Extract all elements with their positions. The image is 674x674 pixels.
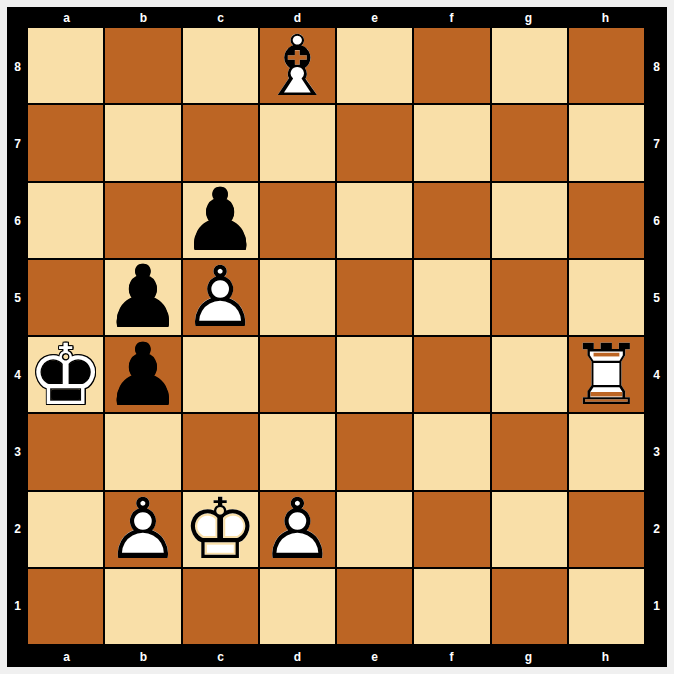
square-a2[interactable]	[28, 492, 103, 567]
square-d2[interactable]: ♟♙	[260, 492, 335, 567]
square-b7[interactable]	[105, 105, 180, 180]
white-bishop[interactable]: ♝♗	[260, 28, 335, 103]
square-f5[interactable]	[414, 260, 489, 335]
square-h6[interactable]	[569, 183, 644, 258]
black-pawn[interactable]: ♟	[105, 260, 180, 335]
square-a4[interactable]: ♚♔	[28, 337, 103, 412]
file-label-a: a	[28, 7, 105, 28]
square-h1[interactable]	[569, 569, 644, 644]
square-f2[interactable]	[414, 492, 489, 567]
square-c6[interactable]: ♟	[183, 183, 258, 258]
white-pawn[interactable]: ♟♙	[183, 260, 258, 335]
file-label-c: c	[182, 7, 259, 28]
rank-label-5: 5	[7, 259, 28, 336]
black-pawn[interactable]: ♟	[105, 337, 180, 412]
square-f6[interactable]	[414, 183, 489, 258]
square-a5[interactable]	[28, 260, 103, 335]
square-d6[interactable]	[260, 183, 335, 258]
file-label-d: d	[259, 646, 336, 667]
file-label-b: b	[105, 646, 182, 667]
white-rook[interactable]: ♜♖	[569, 337, 644, 412]
white-pawn[interactable]: ♟♙	[260, 492, 335, 567]
square-b4[interactable]: ♟	[105, 337, 180, 412]
square-f3[interactable]	[414, 414, 489, 489]
file-labels-top: abcdefgh	[28, 7, 644, 28]
board-frame: abcdefgh abcdefgh 87654321 87654321 ♝♗♟♟…	[7, 7, 667, 667]
file-label-c: c	[182, 646, 259, 667]
square-a8[interactable]	[28, 28, 103, 103]
file-label-g: g	[490, 646, 567, 667]
square-b6[interactable]	[105, 183, 180, 258]
square-c4[interactable]	[183, 337, 258, 412]
rank-label-3: 3	[7, 413, 28, 490]
square-b8[interactable]	[105, 28, 180, 103]
square-e6[interactable]	[337, 183, 412, 258]
square-h7[interactable]	[569, 105, 644, 180]
white-bishop-outline-glyph: ♗	[260, 28, 335, 103]
white-rook-outline-glyph: ♖	[569, 337, 644, 412]
rank-label-1: 1	[646, 567, 667, 644]
black-king-outline-glyph: ♔	[28, 337, 103, 412]
black-king[interactable]: ♚♔	[28, 337, 103, 412]
square-d3[interactable]	[260, 414, 335, 489]
rank-label-6: 6	[7, 182, 28, 259]
file-label-e: e	[336, 646, 413, 667]
square-b3[interactable]	[105, 414, 180, 489]
square-c5[interactable]: ♟♙	[183, 260, 258, 335]
board: ♝♗♟♟♟♙♚♔♟♜♖♟♙♚♔♟♙	[28, 28, 644, 644]
square-h4[interactable]: ♜♖	[569, 337, 644, 412]
chess-diagram-page: { "game": "chess", "position": { "fen": …	[0, 0, 674, 674]
square-f4[interactable]	[414, 337, 489, 412]
square-c3[interactable]	[183, 414, 258, 489]
square-g1[interactable]	[492, 569, 567, 644]
square-g8[interactable]	[492, 28, 567, 103]
white-king-outline-glyph: ♔	[183, 492, 258, 567]
square-c1[interactable]	[183, 569, 258, 644]
chess-diagram: abcdefgh abcdefgh 87654321 87654321 ♝♗♟♟…	[0, 0, 674, 674]
rank-label-7: 7	[7, 105, 28, 182]
black-pawn-fill-glyph: ♟	[105, 337, 180, 412]
square-e1[interactable]	[337, 569, 412, 644]
file-label-a: a	[28, 646, 105, 667]
square-d5[interactable]	[260, 260, 335, 335]
square-d1[interactable]	[260, 569, 335, 644]
white-pawn-outline-glyph: ♙	[105, 492, 180, 567]
square-a1[interactable]	[28, 569, 103, 644]
square-b1[interactable]	[105, 569, 180, 644]
white-pawn-outline-glyph: ♙	[260, 492, 335, 567]
square-d8[interactable]: ♝♗	[260, 28, 335, 103]
black-pawn-fill-glyph: ♟	[105, 260, 180, 335]
file-labels-bottom: abcdefgh	[28, 646, 644, 667]
rank-label-7: 7	[646, 105, 667, 182]
file-label-f: f	[413, 646, 490, 667]
rank-label-6: 6	[646, 182, 667, 259]
square-d4[interactable]	[260, 337, 335, 412]
square-g5[interactable]	[492, 260, 567, 335]
square-d7[interactable]	[260, 105, 335, 180]
rank-label-4: 4	[646, 336, 667, 413]
square-b5[interactable]: ♟	[105, 260, 180, 335]
rank-label-2: 2	[7, 490, 28, 567]
square-e5[interactable]	[337, 260, 412, 335]
rank-label-8: 8	[646, 28, 667, 105]
square-c2[interactable]: ♚♔	[183, 492, 258, 567]
square-c7[interactable]	[183, 105, 258, 180]
square-g4[interactable]	[492, 337, 567, 412]
file-label-h: h	[567, 7, 644, 28]
rank-labels-left: 87654321	[7, 28, 28, 644]
file-label-b: b	[105, 7, 182, 28]
square-g6[interactable]	[492, 183, 567, 258]
white-pawn-outline-glyph: ♙	[183, 260, 258, 335]
square-a6[interactable]	[28, 183, 103, 258]
square-a3[interactable]	[28, 414, 103, 489]
square-e2[interactable]	[337, 492, 412, 567]
rank-label-1: 1	[7, 567, 28, 644]
rank-label-8: 8	[7, 28, 28, 105]
white-pawn[interactable]: ♟♙	[105, 492, 180, 567]
square-h5[interactable]	[569, 260, 644, 335]
square-e7[interactable]	[337, 105, 412, 180]
file-label-e: e	[336, 7, 413, 28]
square-c8[interactable]	[183, 28, 258, 103]
square-f8[interactable]	[414, 28, 489, 103]
file-label-f: f	[413, 7, 490, 28]
rank-label-3: 3	[646, 413, 667, 490]
square-e4[interactable]	[337, 337, 412, 412]
rank-label-2: 2	[646, 490, 667, 567]
black-pawn-fill-glyph: ♟	[183, 183, 258, 258]
square-h3[interactable]	[569, 414, 644, 489]
rank-labels-right: 87654321	[646, 28, 667, 644]
square-g2[interactable]	[492, 492, 567, 567]
square-f7[interactable]	[414, 105, 489, 180]
square-f1[interactable]	[414, 569, 489, 644]
file-label-g: g	[490, 7, 567, 28]
rank-label-5: 5	[646, 259, 667, 336]
rank-label-4: 4	[7, 336, 28, 413]
square-h8[interactable]	[569, 28, 644, 103]
square-e3[interactable]	[337, 414, 412, 489]
file-label-h: h	[567, 646, 644, 667]
square-g7[interactable]	[492, 105, 567, 180]
black-pawn[interactable]: ♟	[183, 183, 258, 258]
square-e8[interactable]	[337, 28, 412, 103]
square-a7[interactable]	[28, 105, 103, 180]
white-king[interactable]: ♚♔	[183, 492, 258, 567]
square-b2[interactable]: ♟♙	[105, 492, 180, 567]
square-g3[interactable]	[492, 414, 567, 489]
square-h2[interactable]	[569, 492, 644, 567]
